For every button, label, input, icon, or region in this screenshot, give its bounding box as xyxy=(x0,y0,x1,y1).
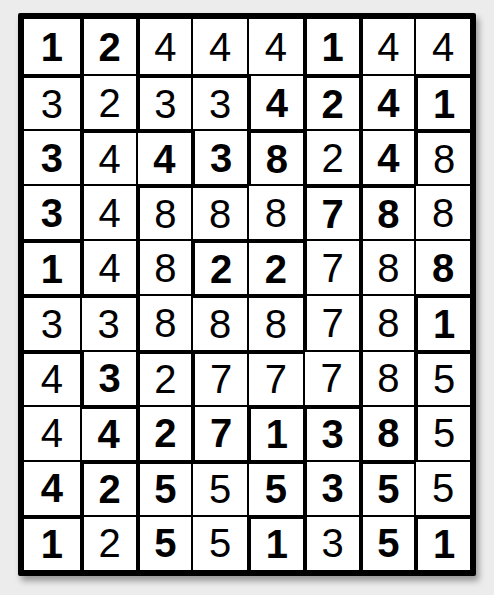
given-digit: 4 xyxy=(377,83,399,123)
entry-digit: 4 xyxy=(99,193,121,233)
entry-digit: 4 xyxy=(432,27,454,67)
entry-digit: 8 xyxy=(377,358,399,398)
cell-r7c1[interactable]: 4 xyxy=(24,350,80,405)
given-digit: 3 xyxy=(210,138,232,178)
cell-r6c6[interactable]: 7 xyxy=(303,294,359,349)
cell-r1c8[interactable]: 4 xyxy=(414,19,470,74)
cell-r7c8[interactable]: 5 xyxy=(414,350,470,405)
entry-digit: 3 xyxy=(41,84,63,124)
entry-digit: 5 xyxy=(209,523,231,563)
entry-digit: 5 xyxy=(432,468,454,508)
given-digit: 7 xyxy=(210,413,232,453)
given-digit: 4 xyxy=(41,468,63,508)
cell-r4c7[interactable]: 8 xyxy=(359,184,415,239)
cell-r10c8[interactable]: 1 xyxy=(414,515,470,570)
fillomino-board: 1244414432334241344382483488878814822788… xyxy=(18,13,476,576)
entry-digit: 8 xyxy=(433,139,455,179)
given-digit: 1 xyxy=(433,84,455,124)
given-digit: 5 xyxy=(154,469,176,509)
entry-digit: 3 xyxy=(322,523,344,563)
cell-r4c2[interactable]: 4 xyxy=(80,184,136,239)
cell-r2c1[interactable]: 3 xyxy=(24,74,80,129)
entry-digit: 4 xyxy=(41,359,63,399)
cell-r2c4[interactable]: 3 xyxy=(191,74,247,129)
cell-r7c4[interactable]: 7 xyxy=(191,350,247,405)
given-digit: 1 xyxy=(41,524,63,564)
cell-r6c4[interactable]: 8 xyxy=(191,294,247,349)
cell-r3c8[interactable]: 8 xyxy=(414,129,470,184)
puzzle-page: { "game": "fillomino", "grid_size": { "r… xyxy=(0,0,494,595)
given-digit: 5 xyxy=(154,523,176,563)
cell-r8c5[interactable]: 1 xyxy=(247,405,303,460)
cell-r7c5[interactable]: 7 xyxy=(247,350,303,405)
given-digit: 3 xyxy=(322,414,344,454)
cell-r10c6[interactable]: 3 xyxy=(303,515,359,570)
given-digit: 7 xyxy=(322,194,344,234)
entry-digit: 4 xyxy=(99,248,121,288)
given-digit: 1 xyxy=(433,524,455,564)
cell-r4c3[interactable]: 8 xyxy=(136,184,192,239)
cell-r1c4[interactable]: 4 xyxy=(191,19,247,74)
given-digit: 1 xyxy=(266,524,288,564)
entry-digit: 4 xyxy=(265,27,287,67)
cell-r6c1[interactable]: 3 xyxy=(24,294,80,349)
given-digit: 1 xyxy=(322,27,344,67)
entry-digit: 2 xyxy=(322,138,344,178)
entry-digit: 7 xyxy=(210,359,232,399)
cell-r2c6[interactable]: 2 xyxy=(303,74,359,129)
entry-digit: 4 xyxy=(41,413,63,453)
given-digit: 4 xyxy=(377,138,399,178)
given-digit: 4 xyxy=(98,414,120,454)
given-digit: 8 xyxy=(377,413,399,453)
cell-r4c8[interactable]: 8 xyxy=(414,184,470,239)
cell-r5c4[interactable]: 2 xyxy=(191,239,247,294)
entry-digit: 8 xyxy=(209,194,231,234)
cell-r1c7[interactable]: 4 xyxy=(359,19,415,74)
cell-r6c7[interactable]: 8 xyxy=(359,294,415,349)
cell-r1c3[interactable]: 4 xyxy=(136,19,192,74)
cell-r10c3[interactable]: 5 xyxy=(136,515,192,570)
entry-digit: 8 xyxy=(154,303,176,343)
cell-r9c3[interactable]: 5 xyxy=(136,460,192,515)
cell-r10c7[interactable]: 5 xyxy=(359,515,415,570)
given-digit: 8 xyxy=(377,194,399,234)
entry-digit: 5 xyxy=(433,359,455,399)
cell-r7c2[interactable]: 3 xyxy=(80,350,136,405)
cell-r9c7[interactable]: 5 xyxy=(359,460,415,515)
cell-r3c5[interactable]: 8 xyxy=(247,129,303,184)
cell-r9c2[interactable]: 2 xyxy=(80,460,136,515)
cell-r8c1[interactable]: 4 xyxy=(24,405,80,460)
given-digit: 1 xyxy=(266,414,288,454)
cell-r1c5[interactable]: 4 xyxy=(247,19,303,74)
entry-digit: 4 xyxy=(377,27,399,67)
entry-digit: 8 xyxy=(265,193,287,233)
given-digit: 8 xyxy=(266,139,288,179)
cell-r3c1[interactable]: 3 xyxy=(24,129,80,184)
entry-digit: 3 xyxy=(98,304,120,344)
cell-r4c1[interactable]: 3 xyxy=(24,184,80,239)
cell-r4c5[interactable]: 8 xyxy=(247,184,303,239)
cell-r6c8[interactable]: 1 xyxy=(414,294,470,349)
given-digit: 8 xyxy=(432,248,454,288)
given-digit: 2 xyxy=(99,469,121,509)
given-digit: 4 xyxy=(266,83,288,123)
cell-r2c3[interactable]: 3 xyxy=(136,74,192,129)
cell-r10c5[interactable]: 1 xyxy=(247,515,303,570)
entry-digit: 8 xyxy=(377,303,399,343)
cell-r8c6[interactable]: 3 xyxy=(303,405,359,460)
given-digit: 3 xyxy=(322,468,344,508)
cell-r6c2[interactable]: 3 xyxy=(80,294,136,349)
given-digit: 3 xyxy=(41,193,63,233)
cell-r1c6[interactable]: 1 xyxy=(303,19,359,74)
cell-r3c2[interactable]: 4 xyxy=(80,129,136,184)
cell-r3c6[interactable]: 2 xyxy=(303,129,359,184)
given-digit: 2 xyxy=(210,249,232,289)
cell-r1c1[interactable]: 1 xyxy=(24,19,80,74)
given-digit: 3 xyxy=(99,358,121,398)
cell-r8c7[interactable]: 8 xyxy=(359,405,415,460)
given-digit: 2 xyxy=(99,27,121,67)
entry-digit: 7 xyxy=(265,359,287,399)
cell-r9c5[interactable]: 5 xyxy=(247,460,303,515)
cell-r10c1[interactable]: 1 xyxy=(24,515,80,570)
cell-r5c7[interactable]: 8 xyxy=(359,239,415,294)
given-digit: 1 xyxy=(41,27,63,67)
cell-r5c2[interactable]: 4 xyxy=(80,239,136,294)
entry-digit: 8 xyxy=(154,194,176,234)
entry-digit: 5 xyxy=(433,413,455,453)
entry-digit: 2 xyxy=(154,359,176,399)
entry-digit: 2 xyxy=(99,523,121,563)
given-digit: 4 xyxy=(153,139,175,179)
given-digit: 1 xyxy=(41,249,63,289)
cell-r7c6[interactable]: 7 xyxy=(303,350,359,405)
entry-digit: 7 xyxy=(321,358,343,398)
given-digit: 1 xyxy=(433,304,455,344)
entry-digit: 8 xyxy=(265,304,287,344)
cell-r9c6[interactable]: 3 xyxy=(303,460,359,515)
cell-r8c4[interactable]: 7 xyxy=(191,405,247,460)
cell-r8c2[interactable]: 4 xyxy=(80,405,136,460)
cell-r9c4[interactable]: 5 xyxy=(191,460,247,515)
cell-r5c5[interactable]: 2 xyxy=(247,239,303,294)
given-digit: 5 xyxy=(265,469,287,509)
cell-r2c8[interactable]: 1 xyxy=(414,74,470,129)
cell-r5c6[interactable]: 7 xyxy=(303,239,359,294)
entry-digit: 3 xyxy=(41,304,63,344)
cell-r2c2[interactable]: 2 xyxy=(80,74,136,129)
cell-r5c8[interactable]: 8 xyxy=(414,239,470,294)
given-digit: 2 xyxy=(265,249,287,289)
entry-digit: 3 xyxy=(154,84,176,124)
entry-digit: 3 xyxy=(209,84,231,124)
cell-r9c8[interactable]: 5 xyxy=(414,460,470,515)
cell-r6c5[interactable]: 8 xyxy=(247,294,303,349)
entry-digit: 7 xyxy=(322,248,344,288)
cell-r1c2[interactable]: 2 xyxy=(80,19,136,74)
entry-digit: 4 xyxy=(209,27,231,67)
cell-r2c7[interactable]: 4 xyxy=(359,74,415,129)
given-digit: 2 xyxy=(322,84,344,124)
cell-r10c4[interactable]: 5 xyxy=(191,515,247,570)
cell-r6c3[interactable]: 8 xyxy=(136,294,192,349)
cell-r4c4[interactable]: 8 xyxy=(191,184,247,239)
given-digit: 5 xyxy=(377,523,399,563)
cell-r3c4[interactable]: 3 xyxy=(191,129,247,184)
cell-r3c7[interactable]: 4 xyxy=(359,129,415,184)
cell-r3c3[interactable]: 4 xyxy=(136,129,192,184)
cell-r5c1[interactable]: 1 xyxy=(24,239,80,294)
cell-r9c1[interactable]: 4 xyxy=(24,460,80,515)
entry-digit: 8 xyxy=(377,248,399,288)
given-digit: 3 xyxy=(41,138,63,178)
cell-r5c3[interactable]: 8 xyxy=(136,239,192,294)
cell-r4c6[interactable]: 7 xyxy=(303,184,359,239)
cell-r8c3[interactable]: 2 xyxy=(136,405,192,460)
entry-digit: 2 xyxy=(99,83,121,123)
cell-r8c8[interactable]: 5 xyxy=(414,405,470,460)
cell-r7c7[interactable]: 8 xyxy=(359,350,415,405)
entry-digit: 8 xyxy=(154,248,176,288)
cell-r7c3[interactable]: 2 xyxy=(136,350,192,405)
cell-r2c5[interactable]: 4 xyxy=(247,74,303,129)
entry-digit: 8 xyxy=(432,193,454,233)
given-digit: 2 xyxy=(154,413,176,453)
entry-digit: 7 xyxy=(322,303,344,343)
cell-r10c2[interactable]: 2 xyxy=(80,515,136,570)
given-digit: 5 xyxy=(377,469,399,509)
entry-digit: 4 xyxy=(99,139,121,179)
entry-digit: 4 xyxy=(154,27,176,67)
entry-digit: 8 xyxy=(209,304,231,344)
entry-digit: 5 xyxy=(209,469,231,509)
